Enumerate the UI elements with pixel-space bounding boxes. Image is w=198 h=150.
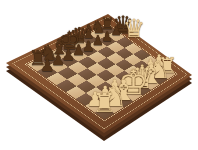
chess-board-frame [6, 14, 192, 133]
chess-set-photo: ♜♛♞♟♛♝♟♛♟♚♟♝♟♞♟♜♟♟♟♟♜♟♞♟♝♟♛♟♚♟♝♟♞♜ [0, 0, 198, 150]
